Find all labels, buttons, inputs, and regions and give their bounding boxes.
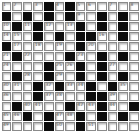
cell-r6c3[interactable]: 22 <box>23 52 33 61</box>
clue-number-3: 3 <box>35 3 38 8</box>
cell-r1c6[interactable]: 4 <box>55 2 65 11</box>
cell-r10c13[interactable] <box>129 92 139 101</box>
cell-r3c3[interactable]: 11 <box>23 22 33 31</box>
clue-number-19: 19 <box>56 43 62 48</box>
cell-r11c8[interactable]: 42 <box>76 102 86 111</box>
cell-r10c2[interactable] <box>12 92 22 101</box>
cell-r12c9[interactable] <box>86 112 96 121</box>
black-cell-r5c8 <box>76 42 86 51</box>
cell-r3c11[interactable] <box>108 22 118 31</box>
clue-number-17: 17 <box>14 43 20 48</box>
black-cell-r7c10 <box>97 62 107 71</box>
cell-r5c3[interactable] <box>23 42 33 51</box>
cell-r5c5[interactable] <box>44 42 54 51</box>
black-cell-r12c8 <box>76 112 86 121</box>
black-cell-r6c10 <box>97 52 107 61</box>
clue-number-12: 12 <box>45 23 51 28</box>
clue-number-42: 42 <box>77 103 83 108</box>
cell-r13c1[interactable]: 49 <box>2 122 12 131</box>
black-cell-r5c1 <box>2 42 12 51</box>
black-cell-r11c13 <box>129 102 139 111</box>
cell-r4c7[interactable] <box>65 32 75 41</box>
cell-r5c6[interactable]: 19 <box>55 42 65 51</box>
cell-r11c3[interactable]: 40 <box>23 102 33 111</box>
black-cell-r9c6 <box>55 82 65 91</box>
clue-number-39: 39 <box>109 93 115 98</box>
clue-number-27: 27 <box>109 63 115 68</box>
cell-r12c2[interactable]: 46 <box>12 112 22 121</box>
cell-r2c13[interactable] <box>129 12 139 21</box>
cell-r7c4[interactable] <box>33 62 43 71</box>
clue-number-29: 29 <box>56 73 62 78</box>
black-cell-r4c6 <box>55 32 65 41</box>
cell-r1c2[interactable]: 2 <box>12 2 22 11</box>
cell-r12c13[interactable] <box>129 112 139 121</box>
black-cell-r10c9 <box>86 92 96 101</box>
cell-r4c13[interactable] <box>129 32 139 41</box>
black-cell-r4c12 <box>118 32 128 41</box>
cell-r5c2[interactable]: 17 <box>12 42 22 51</box>
cell-r1c11[interactable]: 7 <box>108 2 118 11</box>
black-cell-r6c12 <box>118 52 128 61</box>
clue-number-30: 30 <box>3 83 9 88</box>
cell-r3c9[interactable] <box>86 22 96 31</box>
black-cell-r11c10 <box>97 102 107 111</box>
clue-number-41: 41 <box>35 103 41 108</box>
cell-r10c3[interactable] <box>23 92 33 101</box>
black-cell-r9c11 <box>108 82 118 91</box>
black-cell-r13c5 <box>44 122 54 131</box>
cell-r4c10[interactable]: 16 <box>97 32 107 41</box>
cell-r6c11[interactable] <box>108 52 118 61</box>
clue-number-16: 16 <box>99 33 105 38</box>
black-cell-r7c5 <box>44 62 54 71</box>
cell-r8c11[interactable] <box>108 72 118 81</box>
cell-r10c6[interactable]: 38 <box>55 92 65 101</box>
cell-r3c7[interactable]: 13 <box>65 22 75 31</box>
cell-r13c3[interactable] <box>23 122 33 131</box>
clue-number-6: 6 <box>88 3 91 8</box>
clue-number-35: 35 <box>120 83 126 88</box>
cell-r1c1[interactable]: 1 <box>2 2 12 11</box>
cell-r13c11[interactable] <box>108 122 118 131</box>
clue-number-22: 22 <box>24 53 30 58</box>
cell-r7c7[interactable]: 26 <box>65 62 75 71</box>
black-cell-r6c7 <box>65 52 75 61</box>
clue-number-14: 14 <box>3 33 9 38</box>
black-cell-r1c5 <box>44 2 54 11</box>
cell-r4c1[interactable]: 14 <box>2 32 12 41</box>
clue-number-2: 2 <box>14 3 17 8</box>
black-cell-r9c4 <box>33 82 43 91</box>
black-cell-r7c8 <box>76 62 86 71</box>
cell-r12c7[interactable]: 48 <box>65 112 75 121</box>
black-cell-r3c8 <box>76 22 86 31</box>
black-cell-r2c10 <box>97 12 107 21</box>
crossword-grid: 1234567891011121314151617181920212223242… <box>1 1 139 131</box>
cell-r8c13[interactable] <box>129 72 139 81</box>
clue-number-13: 13 <box>67 23 73 28</box>
cell-r10c12[interactable] <box>118 92 128 101</box>
cell-r7c1[interactable]: 24 <box>2 62 12 71</box>
black-cell-r3c4 <box>33 22 43 31</box>
clue-number-18: 18 <box>35 43 41 48</box>
black-cell-r6c2 <box>12 52 22 61</box>
clue-number-50: 50 <box>56 123 62 128</box>
cell-r12c1[interactable]: 45 <box>2 112 12 121</box>
cell-r8c4[interactable] <box>33 72 43 81</box>
clue-number-33: 33 <box>67 83 73 88</box>
cell-r5c13[interactable] <box>129 42 139 51</box>
cell-r13c7[interactable] <box>65 122 75 131</box>
cell-r6c9[interactable] <box>86 52 96 61</box>
cell-r3c13[interactable] <box>129 22 139 31</box>
black-cell-r8c8 <box>76 72 86 81</box>
black-cell-r8c10 <box>97 72 107 81</box>
cell-r6c1[interactable]: 21 <box>2 52 12 61</box>
clue-number-32: 32 <box>45 83 51 88</box>
clue-number-4: 4 <box>56 3 59 8</box>
cell-r11c11[interactable]: 44 <box>108 102 118 111</box>
black-cell-r10c10 <box>97 92 107 101</box>
cell-r7c9[interactable] <box>86 62 96 71</box>
cell-r9c3[interactable] <box>23 82 33 91</box>
clue-number-37: 37 <box>45 93 51 98</box>
cell-r9c10[interactable] <box>97 82 107 91</box>
cell-r8c7[interactable] <box>65 72 75 81</box>
cell-r11c4[interactable]: 41 <box>33 102 43 111</box>
cell-r9c5[interactable]: 32 <box>44 82 54 91</box>
clue-number-45: 45 <box>3 113 9 118</box>
clue-number-36: 36 <box>3 93 9 98</box>
cell-r13c6[interactable]: 50 <box>55 122 65 131</box>
clue-number-47: 47 <box>56 113 62 118</box>
cell-r2c8[interactable]: 9 <box>76 12 86 21</box>
clue-number-8: 8 <box>130 3 133 8</box>
clue-number-43: 43 <box>88 103 94 108</box>
cell-r6c6[interactable] <box>55 52 65 61</box>
cell-r9c8[interactable]: 34 <box>76 82 86 91</box>
black-cell-r4c4 <box>33 32 43 41</box>
cell-r2c9[interactable] <box>86 12 96 21</box>
cell-r5c9[interactable]: 20 <box>86 42 96 51</box>
cell-r7c6[interactable]: 25 <box>55 62 65 71</box>
cell-r7c11[interactable]: 27 <box>108 62 118 71</box>
cell-r8c1[interactable] <box>2 72 12 81</box>
clue-number-5: 5 <box>77 3 80 8</box>
cell-r9c2[interactable]: 31 <box>12 82 22 91</box>
cell-r7c2[interactable] <box>12 62 22 71</box>
clue-number-20: 20 <box>88 43 94 48</box>
black-cell-r9c9 <box>86 82 96 91</box>
cell-r13c4[interactable] <box>33 122 43 131</box>
clue-number-24: 24 <box>3 63 9 68</box>
black-cell-r2c3 <box>23 12 33 21</box>
cell-r4c3[interactable] <box>23 32 33 41</box>
clue-number-9: 9 <box>77 13 80 18</box>
clue-number-1: 1 <box>3 3 6 8</box>
cell-r3c6[interactable] <box>55 22 65 31</box>
cell-r12c4[interactable] <box>33 112 43 121</box>
cell-r1c10[interactable] <box>97 2 107 11</box>
cell-r7c13[interactable] <box>129 62 139 71</box>
clue-number-40: 40 <box>24 103 30 108</box>
cell-r9c12[interactable]: 35 <box>118 82 128 91</box>
cell-r5c11[interactable] <box>108 42 118 51</box>
cell-r8c6[interactable]: 29 <box>55 72 65 81</box>
cell-r10c5[interactable]: 37 <box>44 92 54 101</box>
cell-r10c1[interactable]: 36 <box>2 92 12 101</box>
clue-number-48: 48 <box>67 113 73 118</box>
cell-r1c13[interactable]: 8 <box>129 2 139 11</box>
cell-r13c10[interactable] <box>97 122 107 131</box>
cell-r6c8[interactable]: 23 <box>76 52 86 61</box>
cell-r5c12[interactable] <box>118 42 128 51</box>
clue-number-49: 49 <box>3 123 9 128</box>
cell-r1c12[interactable] <box>118 2 128 11</box>
cell-r1c4[interactable]: 3 <box>33 2 43 11</box>
cell-r6c4[interactable] <box>33 52 43 61</box>
cell-r1c8[interactable]: 5 <box>76 2 86 11</box>
black-cell-r1c7 <box>65 2 75 11</box>
black-cell-r2c1 <box>2 12 12 21</box>
cell-r11c6[interactable] <box>55 102 65 111</box>
black-cell-r2c5 <box>44 12 54 21</box>
black-cell-r11c2 <box>12 102 22 111</box>
black-cell-r10c4 <box>33 92 43 101</box>
clue-number-23: 23 <box>77 53 83 58</box>
clue-number-25: 25 <box>56 63 62 68</box>
cell-r13c13[interactable] <box>129 122 139 131</box>
cell-r4c5[interactable] <box>44 32 54 41</box>
cell-r13c2[interactable] <box>12 122 22 131</box>
black-cell-r8c12 <box>118 72 128 81</box>
cell-r5c4[interactable]: 18 <box>33 42 43 51</box>
cell-r4c2[interactable]: 15 <box>12 32 22 41</box>
cell-r8c3[interactable]: 28 <box>23 72 33 81</box>
clue-number-46: 46 <box>14 113 20 118</box>
cell-r8c9[interactable] <box>86 72 96 81</box>
cell-r12c6[interactable]: 47 <box>55 112 65 121</box>
clue-number-34: 34 <box>77 83 83 88</box>
cell-r10c11[interactable]: 39 <box>108 92 118 101</box>
black-cell-r4c8 <box>76 32 86 41</box>
cell-r4c11[interactable] <box>108 32 118 41</box>
clue-number-11: 11 <box>24 23 30 28</box>
black-cell-r3c2 <box>12 22 22 31</box>
cell-r7c12[interactable] <box>118 62 128 71</box>
black-cell-r12c5 <box>44 112 54 121</box>
cell-r9c13[interactable] <box>129 82 139 91</box>
clue-number-26: 26 <box>67 63 73 68</box>
black-cell-r3c12 <box>118 22 128 31</box>
clue-number-31: 31 <box>14 83 20 88</box>
cell-r7c3[interactable] <box>23 62 33 71</box>
cell-r11c9[interactable]: 43 <box>86 102 96 111</box>
cell-r6c13[interactable] <box>129 52 139 61</box>
cell-r11c5[interactable] <box>44 102 54 111</box>
clue-number-51: 51 <box>88 123 94 128</box>
cell-r10c8[interactable] <box>76 92 86 101</box>
black-cell-r4c9 <box>86 32 96 41</box>
crossword-page: 1234567891011121314151617181920212223242… <box>0 0 140 132</box>
cell-r2c6[interactable] <box>55 12 65 21</box>
cell-r2c4[interactable] <box>33 12 43 21</box>
cell-r1c3[interactable] <box>23 2 33 11</box>
cell-r12c11[interactable] <box>108 112 118 121</box>
black-cell-r11c7 <box>65 102 75 111</box>
cell-r11c1[interactable] <box>2 102 12 111</box>
clue-number-28: 28 <box>24 73 30 78</box>
cell-r2c11[interactable] <box>108 12 118 21</box>
clue-number-44: 44 <box>109 103 115 108</box>
clue-number-10: 10 <box>3 23 9 28</box>
clue-number-7: 7 <box>109 3 112 8</box>
cell-r13c9[interactable]: 51 <box>86 122 96 131</box>
cell-r3c1[interactable]: 10 <box>2 22 12 31</box>
black-cell-r12c10 <box>97 112 107 121</box>
black-cell-r2c12 <box>118 12 128 21</box>
black-cell-r8c2 <box>12 72 22 81</box>
cell-r9c7[interactable]: 33 <box>65 82 75 91</box>
cell-r9c1[interactable]: 30 <box>2 82 12 91</box>
clue-number-15: 15 <box>14 33 20 38</box>
clue-number-38: 38 <box>56 93 62 98</box>
cell-r5c7[interactable] <box>65 42 75 51</box>
cell-r10c7[interactable] <box>65 92 75 101</box>
cell-r2c2[interactable] <box>12 12 22 21</box>
cell-r3c5[interactable]: 12 <box>44 22 54 31</box>
black-cell-r12c12 <box>118 112 128 121</box>
black-cell-r3c10 <box>97 22 107 31</box>
cell-r5c10[interactable] <box>97 42 107 51</box>
black-cell-r8c5 <box>44 72 54 81</box>
black-cell-r2c7 <box>65 12 75 21</box>
black-cell-r12c3 <box>23 112 33 121</box>
cell-r13c12[interactable] <box>118 122 128 131</box>
cell-r1c9[interactable]: 6 <box>86 2 96 11</box>
cell-r11c12[interactable] <box>118 102 128 111</box>
black-cell-r13c8 <box>76 122 86 131</box>
cell-r6c5[interactable] <box>44 52 54 61</box>
clue-number-21: 21 <box>3 53 9 58</box>
